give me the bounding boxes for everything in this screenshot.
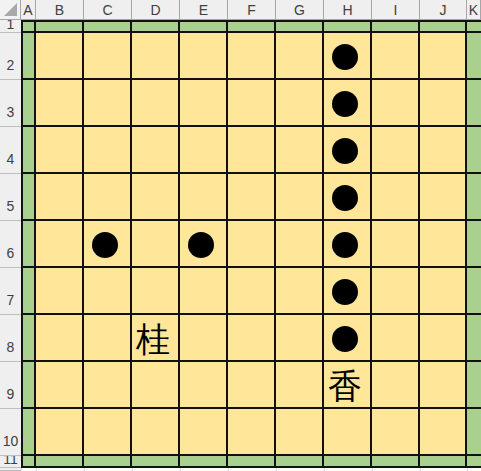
cell-G9[interactable] [276, 362, 324, 409]
cell-A2[interactable] [21, 33, 36, 80]
cell-B11[interactable] [36, 456, 84, 468]
move-dot-H3 [332, 91, 358, 117]
cell-K3[interactable] [467, 80, 481, 127]
move-dot-H2 [332, 44, 358, 70]
cell-D4[interactable] [132, 127, 180, 174]
cell-K5[interactable] [467, 174, 481, 221]
cell-J6[interactable] [420, 221, 467, 268]
column-header-B[interactable]: B [36, 0, 84, 20]
cell-B5[interactable] [36, 174, 84, 221]
cell-A10[interactable] [21, 409, 36, 456]
column-header-K[interactable]: K [467, 0, 481, 20]
cell-B8[interactable] [36, 315, 84, 362]
cell-J5[interactable] [420, 174, 467, 221]
cell-E8[interactable] [180, 315, 228, 362]
cell-C9[interactable] [84, 362, 132, 409]
move-dot-H5 [332, 185, 358, 211]
cell-I1[interactable] [372, 20, 420, 33]
cell-J1[interactable] [420, 20, 467, 33]
cell-F5[interactable] [228, 174, 276, 221]
cell-I2[interactable] [372, 33, 420, 80]
row-header-label: 4 [7, 151, 15, 167]
cell-I3[interactable] [372, 80, 420, 127]
row-header-8[interactable]: 8 [0, 315, 21, 362]
cell-A5[interactable] [21, 174, 36, 221]
cell-G10[interactable] [276, 409, 324, 456]
cell-F2[interactable] [228, 33, 276, 80]
cell-J4[interactable] [420, 127, 467, 174]
cell-E10[interactable] [180, 409, 228, 456]
row-header-7[interactable]: 7 [0, 268, 21, 315]
cell-C3[interactable] [84, 80, 132, 127]
cell-D11[interactable] [132, 456, 180, 468]
column-header-G[interactable]: G [276, 0, 324, 20]
cell-J10[interactable] [420, 409, 467, 456]
cell-G4[interactable] [276, 127, 324, 174]
cell-I6[interactable] [372, 221, 420, 268]
row-header-label: 3 [7, 104, 15, 120]
cell-C7[interactable] [84, 268, 132, 315]
cell-D5[interactable] [132, 174, 180, 221]
cell-J3[interactable] [420, 80, 467, 127]
column-header-label: I [394, 2, 398, 18]
row-header-10[interactable]: 10 [0, 409, 21, 456]
select-all-triangle-icon [4, 3, 17, 16]
cell-C10[interactable] [84, 409, 132, 456]
cell-E5[interactable] [180, 174, 228, 221]
cell-J7[interactable] [420, 268, 467, 315]
column-header-label: D [150, 2, 160, 18]
cell-E2[interactable] [180, 33, 228, 80]
cell-J9[interactable] [420, 362, 467, 409]
row-header-label: 7 [7, 292, 15, 308]
row-header-label: 5 [7, 198, 15, 214]
cell-C2[interactable] [84, 33, 132, 80]
row-header-label: 1 [7, 20, 15, 32]
cell-G3[interactable] [276, 80, 324, 127]
column-header-label: J [440, 2, 447, 18]
cell-A3[interactable] [21, 80, 36, 127]
cell-B3[interactable] [36, 80, 84, 127]
cell-C11[interactable] [84, 456, 132, 468]
cell-J2[interactable] [420, 33, 467, 80]
column-header-F[interactable]: F [228, 0, 276, 20]
cell-F3[interactable] [228, 80, 276, 127]
row-header-label: 6 [7, 245, 15, 261]
cell-K8[interactable] [467, 315, 481, 362]
row-header-4[interactable]: 4 [0, 127, 21, 174]
cell-D7[interactable] [132, 268, 180, 315]
cell-D6[interactable] [132, 221, 180, 268]
cell-I7[interactable] [372, 268, 420, 315]
cell-I9[interactable] [372, 362, 420, 409]
column-header-D[interactable]: D [132, 0, 180, 20]
cell-I5[interactable] [372, 174, 420, 221]
column-header-label: F [247, 2, 256, 18]
cell-J8[interactable] [420, 315, 467, 362]
move-dot-C6 [92, 232, 118, 258]
column-header-label: E [199, 2, 208, 18]
cell-G1[interactable] [276, 20, 324, 33]
move-dot-H6 [332, 232, 358, 258]
cell-A9[interactable] [21, 362, 36, 409]
cell-G6[interactable] [276, 221, 324, 268]
cell-F6[interactable] [228, 221, 276, 268]
cell-G11[interactable] [276, 456, 324, 468]
row-header-5[interactable]: 5 [0, 174, 21, 221]
row-header-label: 10 [3, 433, 19, 449]
row-header-label: 2 [7, 57, 15, 73]
column-header-label: C [102, 2, 112, 18]
move-dot-H8 [332, 326, 358, 352]
column-header-C[interactable]: C [84, 0, 132, 20]
cell-H1[interactable] [324, 20, 372, 33]
piece-lance-kyosha: 香 [321, 362, 369, 409]
cell-C5[interactable] [84, 174, 132, 221]
column-header-I[interactable]: I [372, 0, 420, 20]
row-header-9[interactable]: 9 [0, 362, 21, 409]
cell-D10[interactable] [132, 409, 180, 456]
cell-F11[interactable] [228, 456, 276, 468]
cell-E4[interactable] [180, 127, 228, 174]
cell-K2[interactable] [467, 33, 481, 80]
cell-I10[interactable] [372, 409, 420, 456]
cell-A8[interactable] [21, 315, 36, 362]
cell-H10[interactable] [324, 409, 372, 456]
row-header-label: 8 [7, 339, 15, 355]
cell-B7[interactable] [36, 268, 84, 315]
cell-E11[interactable] [180, 456, 228, 468]
cell-C8[interactable] [84, 315, 132, 362]
row-header-3[interactable]: 3 [0, 80, 21, 127]
cell-E9[interactable] [180, 362, 228, 409]
cell-G7[interactable] [276, 268, 324, 315]
column-header-label: G [294, 2, 305, 18]
move-dot-H4 [332, 138, 358, 164]
cell-D1[interactable] [132, 20, 180, 33]
cell-K7[interactable] [467, 268, 481, 315]
cell-B6[interactable] [36, 221, 84, 268]
cell-A1[interactable] [21, 20, 36, 33]
row-header-11[interactable]: 11 [0, 456, 21, 468]
cell-F10[interactable] [228, 409, 276, 456]
cell-K10[interactable] [467, 409, 481, 456]
row-header-2[interactable]: 2 [0, 33, 21, 80]
cell-F4[interactable] [228, 127, 276, 174]
cell-D3[interactable] [132, 80, 180, 127]
cell-F9[interactable] [228, 362, 276, 409]
cell-A7[interactable] [21, 268, 36, 315]
cell-F1[interactable] [228, 20, 276, 33]
cell-C4[interactable] [84, 127, 132, 174]
cell-F7[interactable] [228, 268, 276, 315]
cell-D2[interactable] [132, 33, 180, 80]
cell-A4[interactable] [21, 127, 36, 174]
cell-I4[interactable] [372, 127, 420, 174]
cell-G2[interactable] [276, 33, 324, 80]
column-header-J[interactable]: J [420, 0, 467, 20]
column-header-A[interactable]: A [21, 0, 36, 20]
cell-E3[interactable] [180, 80, 228, 127]
cell-A6[interactable] [21, 221, 36, 268]
row-header-6[interactable]: 6 [0, 221, 21, 268]
row-header-label: 9 [7, 386, 15, 402]
cell-J11[interactable] [420, 456, 467, 468]
cell-E7[interactable] [180, 268, 228, 315]
row-header-label: 11 [3, 456, 18, 467]
select-all-corner[interactable] [0, 0, 21, 20]
cell-C1[interactable] [84, 20, 132, 33]
column-header-H[interactable]: H [324, 0, 372, 20]
column-header-label: B [55, 2, 64, 18]
cell-K11[interactable] [467, 456, 481, 468]
column-header-label: H [342, 2, 352, 18]
cell-I8[interactable] [372, 315, 420, 362]
cell-H11[interactable] [324, 456, 372, 468]
cell-K9[interactable] [467, 362, 481, 409]
column-header-label: A [23, 2, 32, 18]
cell-K4[interactable] [467, 127, 481, 174]
column-header-E[interactable]: E [180, 0, 228, 20]
cell-A11[interactable] [21, 456, 36, 468]
cell-E1[interactable] [180, 20, 228, 33]
spreadsheet-board: ABCDEFGHIJK1234567891011桂香 [0, 0, 481, 471]
cell-I11[interactable] [372, 456, 420, 468]
cell-G5[interactable] [276, 174, 324, 221]
cell-B1[interactable] [36, 20, 84, 33]
cell-B2[interactable] [36, 33, 84, 80]
cell-G8[interactable] [276, 315, 324, 362]
move-dot-H7 [332, 279, 358, 305]
cell-B9[interactable] [36, 362, 84, 409]
cell-B10[interactable] [36, 409, 84, 456]
cell-K1[interactable] [467, 20, 481, 33]
cell-F8[interactable] [228, 315, 276, 362]
cell-K6[interactable] [467, 221, 481, 268]
column-header-label: K [469, 2, 478, 18]
row-header-1[interactable]: 1 [0, 20, 21, 33]
cell-D9[interactable] [132, 362, 180, 409]
move-dot-E6 [188, 232, 214, 258]
cell-B4[interactable] [36, 127, 84, 174]
piece-knight-keima: 桂 [129, 315, 177, 362]
